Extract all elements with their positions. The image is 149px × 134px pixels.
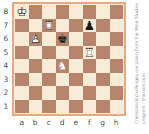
white-king[interactable]: ♚♔ xyxy=(15,5,29,19)
square-e3[interactable] xyxy=(69,73,83,87)
square-b4[interactable] xyxy=(29,59,43,73)
rank-label-5: 5 xyxy=(1,46,11,60)
square-a3[interactable] xyxy=(15,73,29,87)
square-a4[interactable] xyxy=(15,59,29,73)
chess-diagram: 87654321 ♚♔♜♖♟♟♙♚♜♖♞♘ abcdefgh Chessboar… xyxy=(0,0,149,134)
square-g5[interactable] xyxy=(96,46,110,60)
square-a6[interactable] xyxy=(15,32,29,46)
square-e7[interactable] xyxy=(69,19,83,33)
square-d7[interactable] xyxy=(56,19,70,33)
square-d8[interactable] xyxy=(56,5,70,19)
piece-outline: ♙ xyxy=(29,32,43,46)
piece-outline: ♔ xyxy=(15,5,29,19)
rank-label-6: 6 xyxy=(1,32,11,46)
piece-outline: ♖ xyxy=(42,19,56,33)
white-knight[interactable]: ♞♘ xyxy=(56,59,70,73)
file-label-d: d xyxy=(56,118,70,127)
square-d3[interactable] xyxy=(56,73,70,87)
square-h1[interactable] xyxy=(110,100,124,114)
square-h8[interactable] xyxy=(110,5,124,19)
square-b5[interactable] xyxy=(29,46,43,60)
square-h2[interactable] xyxy=(110,86,124,100)
square-c4[interactable] xyxy=(42,59,56,73)
square-c8[interactable] xyxy=(42,5,56,19)
square-g8[interactable] xyxy=(96,5,110,19)
square-f6[interactable] xyxy=(83,32,97,46)
square-c1[interactable] xyxy=(42,100,56,114)
square-g1[interactable] xyxy=(96,100,110,114)
square-f2[interactable] xyxy=(83,86,97,100)
board-frame: ♚♔♜♖♟♟♙♚♜♖♞♘ xyxy=(12,2,126,116)
chess-board: ♚♔♜♖♟♟♙♚♜♖♞♘ xyxy=(15,5,123,113)
black-pawn[interactable]: ♟ xyxy=(83,19,97,33)
file-label-a: a xyxy=(15,118,29,127)
square-a8[interactable]: ♚♔ xyxy=(15,5,29,19)
square-d4[interactable]: ♞♘ xyxy=(56,59,70,73)
square-c2[interactable] xyxy=(42,86,56,100)
square-e2[interactable] xyxy=(69,86,83,100)
square-e6[interactable] xyxy=(69,32,83,46)
square-h5[interactable] xyxy=(110,46,124,60)
square-d1[interactable] xyxy=(56,100,70,114)
white-rook[interactable]: ♜♖ xyxy=(42,19,56,33)
file-label-g: g xyxy=(96,118,110,127)
white-rook[interactable]: ♜♖ xyxy=(83,46,97,60)
watermark-line-2: program - chessok.com xyxy=(141,3,148,124)
rank-label-7: 7 xyxy=(1,19,11,33)
file-label-h: h xyxy=(110,118,124,127)
white-pawn[interactable]: ♟♙ xyxy=(29,32,43,46)
piece-outline: ♖ xyxy=(83,46,97,60)
square-g2[interactable] xyxy=(96,86,110,100)
square-c5[interactable] xyxy=(42,46,56,60)
square-f3[interactable] xyxy=(83,73,97,87)
square-h4[interactable] xyxy=(110,59,124,73)
square-e1[interactable] xyxy=(69,100,83,114)
watermark-caption: Chessboard challenges are taken from the… xyxy=(134,3,147,124)
square-f7[interactable]: ♟ xyxy=(83,19,97,33)
square-f4[interactable] xyxy=(83,59,97,73)
square-b2[interactable] xyxy=(29,86,43,100)
black-king[interactable]: ♚ xyxy=(56,32,70,46)
file-label-f: f xyxy=(83,118,97,127)
rank-label-2: 2 xyxy=(1,86,11,100)
rank-label-4: 4 xyxy=(1,59,11,73)
rank-label-1: 1 xyxy=(1,100,11,114)
piece-outline: ♘ xyxy=(56,59,70,73)
square-b3[interactable] xyxy=(29,73,43,87)
square-f1[interactable] xyxy=(83,100,97,114)
square-h3[interactable] xyxy=(110,73,124,87)
square-f8[interactable] xyxy=(83,5,97,19)
square-c3[interactable] xyxy=(42,73,56,87)
square-h7[interactable] xyxy=(110,19,124,33)
square-d2[interactable] xyxy=(56,86,70,100)
square-g7[interactable] xyxy=(96,19,110,33)
square-d5[interactable] xyxy=(56,46,70,60)
square-g3[interactable] xyxy=(96,73,110,87)
file-label-c: c xyxy=(42,118,56,127)
square-e8[interactable] xyxy=(69,5,83,19)
square-c7[interactable]: ♜♖ xyxy=(42,19,56,33)
square-d6[interactable]: ♚ xyxy=(56,32,70,46)
square-e4[interactable] xyxy=(69,59,83,73)
file-label-b: b xyxy=(29,118,43,127)
watermark-line-1: Chessboard challenges are taken from the… xyxy=(134,3,141,124)
square-b7[interactable] xyxy=(29,19,43,33)
square-g4[interactable] xyxy=(96,59,110,73)
square-a1[interactable] xyxy=(15,100,29,114)
square-f5[interactable]: ♜♖ xyxy=(83,46,97,60)
square-b6[interactable]: ♟♙ xyxy=(29,32,43,46)
square-a2[interactable] xyxy=(15,86,29,100)
rank-label-8: 8 xyxy=(1,5,11,19)
square-h6[interactable] xyxy=(110,32,124,46)
square-g6[interactable] xyxy=(96,32,110,46)
file-label-e: e xyxy=(69,118,83,127)
square-a5[interactable] xyxy=(15,46,29,60)
square-c6[interactable] xyxy=(42,32,56,46)
square-b8[interactable] xyxy=(29,5,43,19)
square-e5[interactable] xyxy=(69,46,83,60)
rank-labels: 87654321 xyxy=(1,5,11,113)
square-b1[interactable] xyxy=(29,100,43,114)
rank-label-3: 3 xyxy=(1,73,11,87)
square-a7[interactable] xyxy=(15,19,29,33)
file-labels: abcdefgh xyxy=(15,118,123,127)
